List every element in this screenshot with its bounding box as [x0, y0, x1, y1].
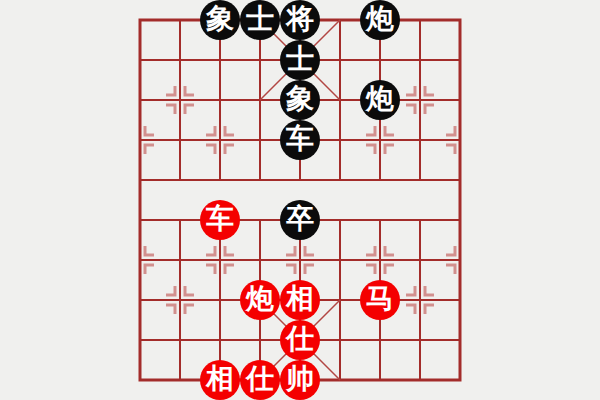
red-chariot[interactable]: 车: [200, 200, 240, 240]
black-cannon[interactable]: 炮: [360, 80, 400, 120]
red-elephant[interactable]: 相: [200, 360, 240, 400]
black-elephant[interactable]: 象: [280, 80, 320, 120]
xiangqi-app: 象士将炮士象炮车车卒炮相马仕相仕帅: [0, 0, 600, 400]
red-advisor[interactable]: 仕: [280, 320, 320, 360]
red-general[interactable]: 帅: [280, 360, 320, 400]
black-advisor[interactable]: 士: [240, 0, 280, 40]
black-soldier[interactable]: 卒: [280, 200, 320, 240]
red-elephant[interactable]: 相: [280, 280, 320, 320]
black-elephant[interactable]: 象: [200, 0, 240, 40]
black-advisor[interactable]: 士: [280, 40, 320, 80]
piece-layer: 象士将炮士象炮车车卒炮相马仕相仕帅: [120, 0, 480, 400]
black-cannon[interactable]: 炮: [360, 0, 400, 40]
red-advisor[interactable]: 仕: [240, 360, 280, 400]
red-horse[interactable]: 马: [360, 280, 400, 320]
black-chariot[interactable]: 车: [280, 120, 320, 160]
xiangqi-board[interactable]: 象士将炮士象炮车车卒炮相马仕相仕帅: [120, 0, 480, 400]
red-cannon[interactable]: 炮: [240, 280, 280, 320]
black-general[interactable]: 将: [280, 0, 320, 40]
